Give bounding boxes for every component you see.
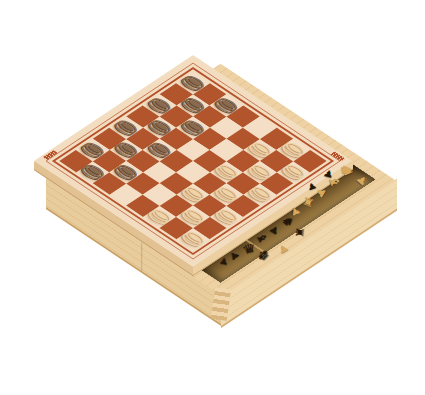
product-photo-wooden-game-box: ⛂⛂⛂⛂⛂⛂⛂⛂⛂⛂⛂⛂⛂⛂⛂⛂⛂⛂⛂⛂⛂⛂⛂⛂ ♞♟♝♟♜♟♟♟♟♞♟♝♜♛♚… — [0, 0, 425, 395]
chess-piece[interactable]: ♟ — [322, 168, 335, 179]
chess-piece[interactable]: ♜ — [294, 226, 305, 238]
chess-piece[interactable]: ♟ — [218, 257, 229, 267]
chess-piece[interactable]: ♟ — [230, 250, 241, 262]
